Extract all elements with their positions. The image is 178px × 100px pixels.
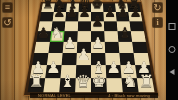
square-f2[interactable]: [106, 65, 122, 78]
square-h2[interactable]: [135, 65, 152, 78]
square-h6[interactable]: [129, 21, 144, 31]
menu-button[interactable]: ≡: [2, 2, 13, 13]
square-d4[interactable]: [77, 42, 91, 53]
square-e5[interactable]: [91, 31, 105, 42]
square-e8[interactable]: [91, 3, 103, 12]
square-c2[interactable]: [60, 65, 76, 78]
square-b4[interactable]: [48, 42, 63, 53]
square-g4[interactable]: [118, 42, 133, 53]
square-g3[interactable]: [119, 53, 135, 65]
chess-board: [24, 2, 158, 95]
square-d8[interactable]: [79, 3, 91, 12]
square-d1[interactable]: [75, 78, 91, 92]
square-e2[interactable]: [91, 65, 106, 78]
square-b6[interactable]: [51, 21, 65, 31]
square-b5[interactable]: [50, 31, 65, 42]
square-e7[interactable]: [91, 12, 104, 21]
square-h3[interactable]: [134, 53, 150, 65]
square-c3[interactable]: [62, 53, 77, 65]
app-screen: ♜♞♝♛♚♞♜♟♟♟♟♟♟♟♟♞♝♟♟♟♟♟♝♟♟♟♜♝♛♚♞♜ ≡ ↺ ↻ i…: [0, 0, 178, 100]
redo-button[interactable]: ↻: [152, 2, 163, 13]
square-d7[interactable]: [78, 12, 91, 21]
square-b7[interactable]: [53, 12, 67, 21]
board-grid: [27, 3, 154, 92]
hamburger-icon: ≡: [5, 3, 10, 12]
square-f7[interactable]: [103, 12, 116, 21]
level-label: NORMAL LEVEL: [38, 93, 71, 98]
redo-icon: ↻: [153, 3, 161, 13]
status-bar: NORMAL LEVEL 4 : Black now moving: [30, 93, 158, 98]
undo-icon: ↺: [3, 18, 11, 28]
square-f6[interactable]: [104, 21, 118, 31]
square-h1[interactable]: [137, 78, 155, 92]
square-h7[interactable]: [128, 12, 142, 21]
square-f8[interactable]: [103, 3, 116, 12]
square-h4[interactable]: [132, 42, 148, 53]
square-g8[interactable]: [115, 3, 128, 12]
square-c1[interactable]: [59, 78, 75, 92]
square-e3[interactable]: [91, 53, 106, 65]
back-icon[interactable]: [170, 69, 175, 75]
square-b1[interactable]: [43, 78, 60, 92]
square-b3[interactable]: [47, 53, 63, 65]
info-icon: i: [156, 19, 158, 27]
turn-indicator: 4 : Black now moving: [108, 93, 150, 98]
square-e6[interactable]: [91, 21, 104, 31]
square-c8[interactable]: [66, 3, 79, 12]
square-g7[interactable]: [116, 12, 130, 21]
square-c7[interactable]: [65, 12, 78, 21]
square-d6[interactable]: [78, 21, 91, 31]
square-h5[interactable]: [131, 31, 146, 42]
square-f1[interactable]: [106, 78, 122, 92]
info-button[interactable]: i: [152, 17, 163, 28]
square-f3[interactable]: [105, 53, 120, 65]
square-f5[interactable]: [104, 31, 118, 42]
square-f4[interactable]: [105, 42, 120, 53]
square-e4[interactable]: [91, 42, 105, 53]
undo-button[interactable]: ↺: [2, 17, 13, 28]
square-g5[interactable]: [118, 31, 133, 42]
square-c6[interactable]: [64, 21, 78, 31]
square-g6[interactable]: [117, 21, 131, 31]
square-d3[interactable]: [76, 53, 91, 65]
square-g2[interactable]: [120, 65, 136, 78]
home-icon[interactable]: [169, 46, 176, 53]
android-nav-bar: [166, 0, 178, 100]
square-h8[interactable]: [127, 3, 141, 12]
square-e1[interactable]: [91, 78, 107, 92]
square-c4[interactable]: [63, 42, 78, 53]
square-g1[interactable]: [122, 78, 139, 92]
square-d2[interactable]: [76, 65, 91, 78]
square-c5[interactable]: [64, 31, 78, 42]
square-b2[interactable]: [45, 65, 61, 78]
recents-icon[interactable]: [169, 23, 176, 30]
square-b8[interactable]: [54, 3, 67, 12]
square-d5[interactable]: [77, 31, 91, 42]
